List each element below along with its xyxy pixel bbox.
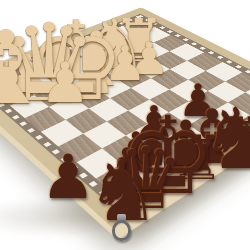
light-pawn[interactable]: ♟ — [40, 55, 90, 111]
clasp-latch — [109, 214, 133, 240]
chess-set-photo: ♜♞♟♟♝♟♟♚♛♝♟♟♟♜♝♞♟♝♜♚♟♟♛♞ — [0, 0, 250, 250]
clasp-ring — [112, 220, 131, 241]
pieces-layer: ♜♞♟♟♝♟♟♚♛♝♟♟♟♜♝♞♟♝♜♚♟♟♛♞ — [0, 0, 250, 250]
